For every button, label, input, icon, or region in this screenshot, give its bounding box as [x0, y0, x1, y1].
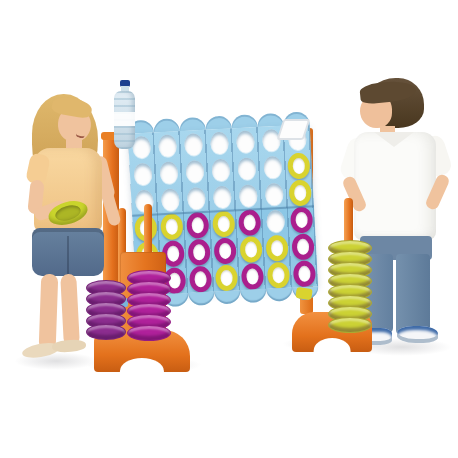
boy-jeans-right-leg [396, 254, 430, 336]
board-cell-r2c7 [285, 151, 312, 179]
board-cell-r2c3 [181, 157, 208, 185]
magenta-disc [213, 237, 236, 264]
right-disc-stack [328, 240, 372, 333]
board-cell-r2c1 [129, 159, 156, 187]
empty-hole [133, 162, 152, 185]
girl-forearm-left [100, 189, 121, 227]
board-cell-r5c4 [211, 236, 238, 264]
board-cell-r1c3 [180, 130, 207, 158]
empty-hole [239, 184, 258, 207]
board-scallop-arc [214, 290, 241, 304]
board-cell-r3c6 [261, 180, 288, 208]
empty-hole [211, 158, 230, 181]
board-cell-r4c5 [236, 208, 263, 236]
empty-hole [185, 159, 204, 182]
board-cell-r1c4 [206, 128, 233, 156]
empty-hole [263, 155, 282, 178]
board-cell-r5c5 [237, 235, 264, 263]
yellow-disc [239, 236, 262, 263]
empty-hole [213, 185, 232, 208]
stacked-ring [127, 325, 171, 341]
boy-sneaker-right [397, 326, 438, 343]
girl-leg-right [60, 274, 80, 345]
board-cell-r3c5 [235, 181, 262, 209]
empty-hole [210, 131, 229, 154]
girl [6, 90, 126, 378]
stacked-ring [328, 317, 372, 333]
empty-hole [266, 209, 285, 232]
board-cell-r6c4 [213, 263, 240, 291]
board-cell-r1c2 [154, 131, 181, 159]
left-rear-disc-stack [127, 270, 171, 341]
empty-hole [236, 130, 255, 153]
board-cell-r4c6 [262, 207, 289, 235]
board-cell-r3c4 [209, 182, 236, 210]
scene [0, 0, 458, 458]
empty-hole [265, 182, 284, 205]
magenta-disc [238, 209, 261, 236]
empty-hole [237, 157, 256, 180]
yellow-disc [267, 261, 290, 288]
yellow-disc [215, 264, 238, 291]
girl-flat-right [52, 339, 87, 353]
release-tab-right [295, 287, 312, 300]
board-cell-r2c4 [207, 155, 234, 183]
right-assembly [288, 196, 384, 358]
board-cell-r2c5 [233, 154, 260, 182]
board-cell-r6c5 [239, 262, 266, 290]
board-cell-r5c6 [263, 234, 290, 262]
yellow-disc [212, 210, 235, 237]
magenta-disc [241, 262, 264, 289]
empty-hole [159, 161, 178, 184]
yellow-disc [265, 234, 288, 261]
girl-leg-left [39, 274, 59, 349]
yellow-disc [287, 152, 310, 179]
board-cell-r1c5 [232, 127, 259, 155]
board-scallop-arc [240, 289, 267, 303]
girl-denim-shorts [32, 228, 104, 276]
empty-hole [158, 134, 177, 157]
board-cell-r2c2 [155, 158, 182, 186]
board-cell-r4c4 [210, 209, 237, 237]
board-cell-r2c6 [259, 153, 286, 181]
empty-hole [184, 132, 203, 155]
